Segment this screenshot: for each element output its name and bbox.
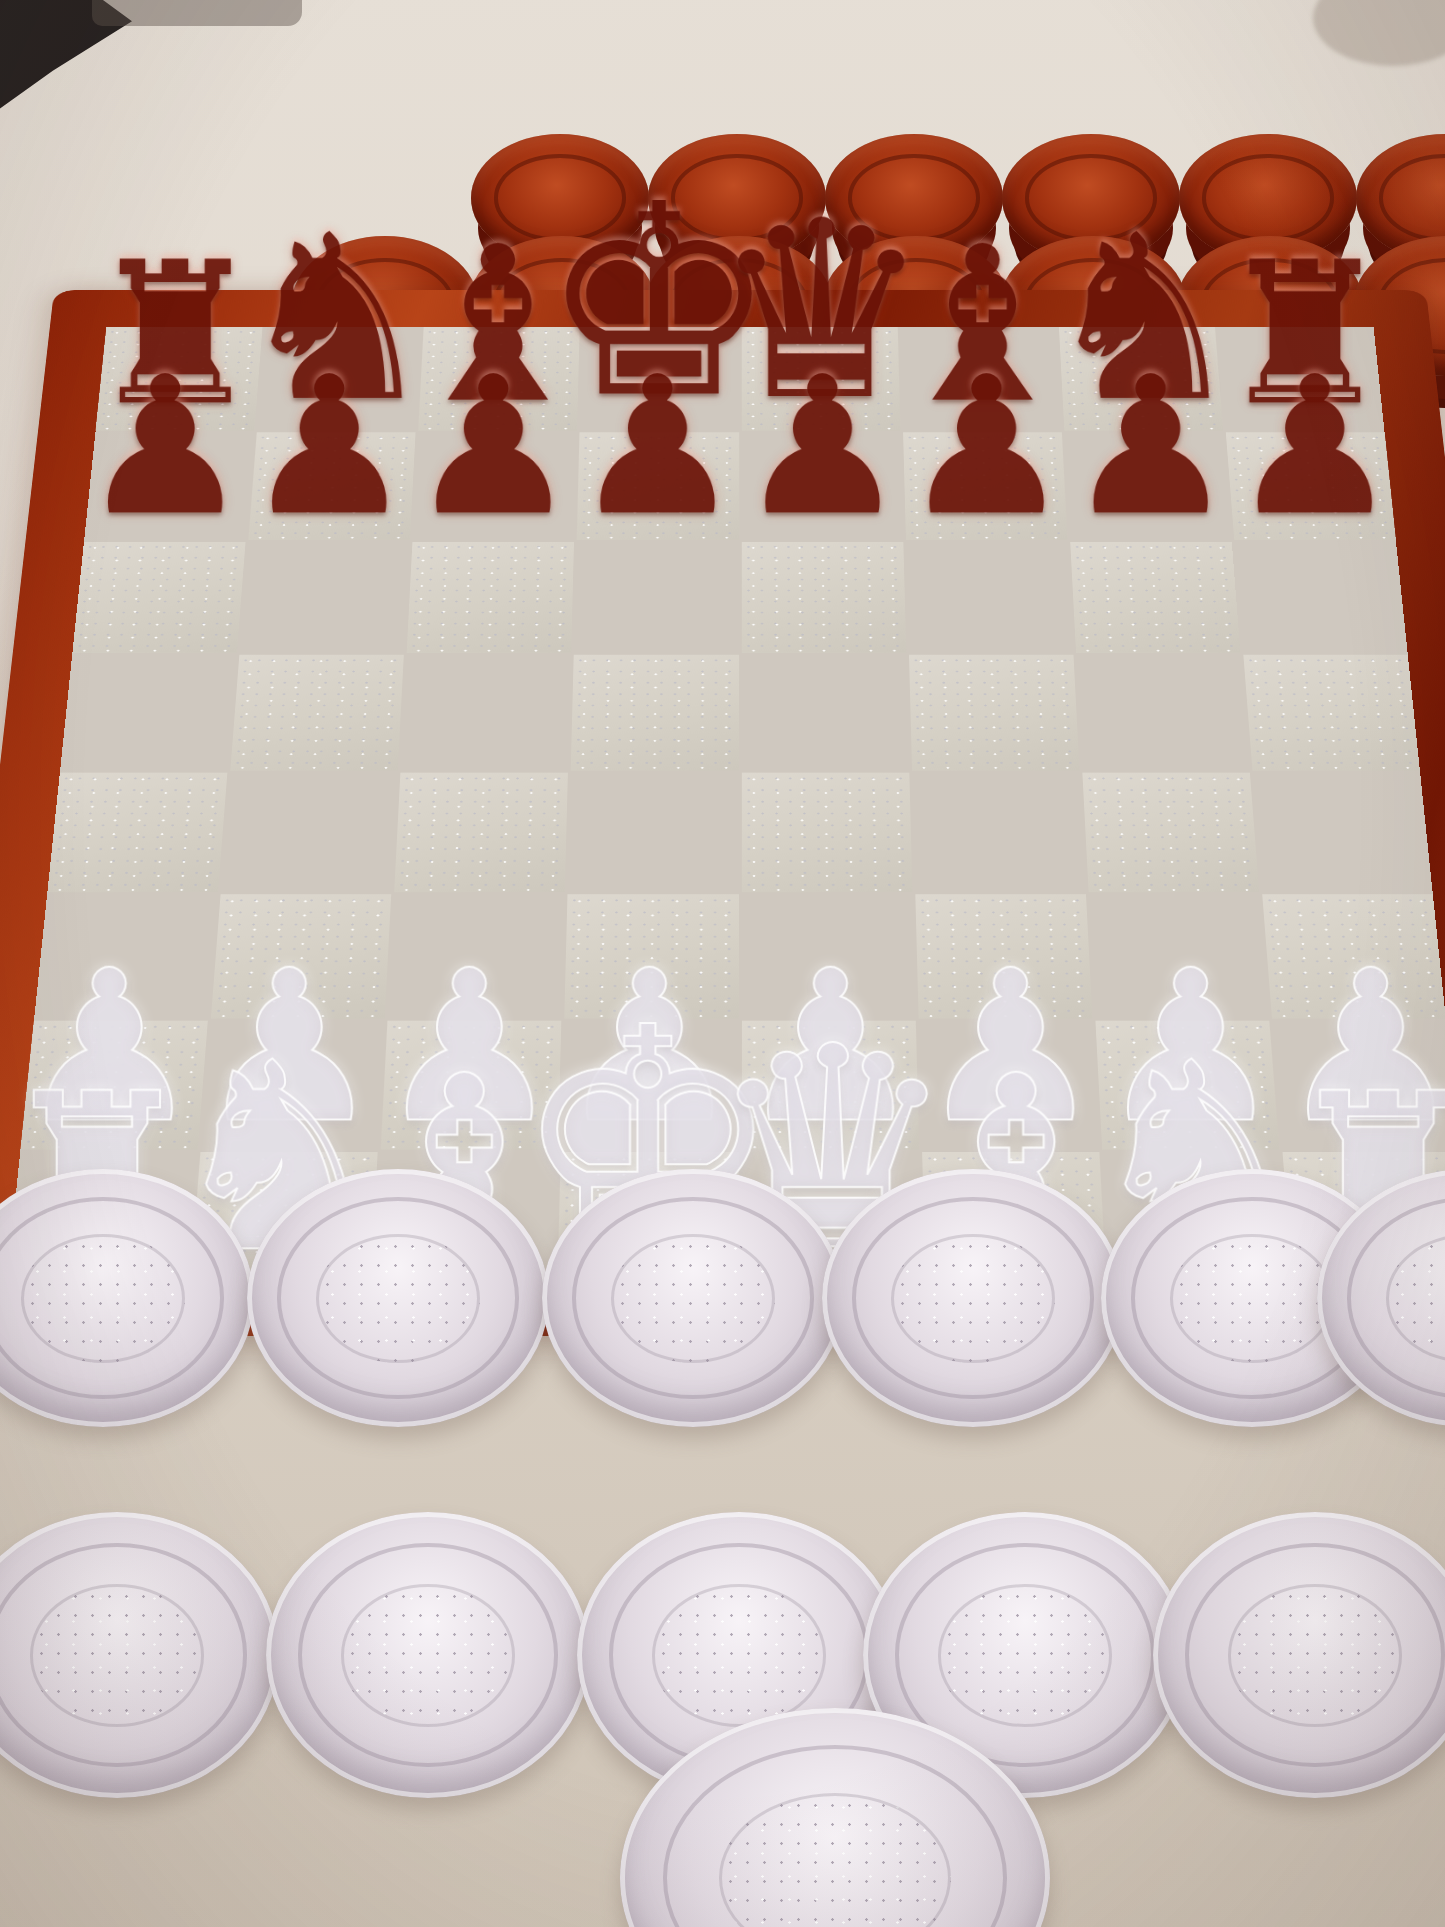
square-f5 [909, 655, 1080, 770]
square-b3 [211, 894, 391, 1018]
square-c3 [388, 894, 565, 1018]
clear-checker-disc [247, 1169, 549, 1427]
square-f3 [915, 894, 1092, 1018]
square-h4 [1252, 772, 1432, 892]
square-d5 [571, 655, 739, 770]
square-e6 [741, 542, 906, 653]
square-f7: ♟ [903, 432, 1067, 539]
square-b2: ♟ [201, 1020, 385, 1149]
piece-red-rook-h8: ♜ [1216, 241, 1393, 428]
square-c4 [394, 772, 568, 892]
square-b7: ♟ [248, 432, 415, 539]
square-b5 [230, 655, 404, 770]
chess-board-grid: ♜♞♝♚♛♝♞♜♟♟♟♟♟♟♟♟♟♟♟♟♟♟♟♟♜♞♝♚♛♝♞♜ [6, 327, 1445, 1286]
piece-red-queen-e8: ♛ [711, 195, 931, 429]
square-a2: ♟ [20, 1020, 207, 1149]
square-h8: ♜ [1217, 327, 1384, 431]
square-d8: ♚ [580, 327, 739, 431]
square-f6 [906, 542, 1073, 653]
square-e8: ♛ [741, 327, 900, 431]
square-b4 [221, 772, 398, 892]
square-e2: ♟ [741, 1020, 918, 1149]
clear-checker-disc [266, 1512, 590, 1798]
square-h6 [1234, 542, 1407, 653]
square-h7: ♟ [1226, 432, 1396, 539]
piece-red-bishop-f8: ♝ [886, 225, 1078, 429]
square-g4 [1082, 772, 1259, 892]
piece-red-bishop-c8: ♝ [402, 225, 594, 429]
square-e5 [741, 655, 909, 770]
photo-canvas: ♜♞♝♚♛♝♞♜♟♟♟♟♟♟♟♟♟♟♟♟♟♟♟♟♜♞♝♚♛♝♞♜ [0, 0, 1445, 1927]
square-c2: ♟ [381, 1020, 562, 1149]
square-g5 [1076, 655, 1250, 770]
square-c5 [401, 655, 572, 770]
piece-red-rook-a8: ♜ [87, 241, 264, 428]
square-a3 [34, 894, 218, 1018]
square-g6 [1070, 542, 1240, 653]
square-d6 [574, 542, 739, 653]
square-c7: ♟ [413, 432, 577, 539]
square-b8: ♞ [257, 327, 421, 431]
square-a8: ♜ [96, 327, 263, 431]
clear-checker-disc [822, 1169, 1124, 1427]
square-e3 [741, 894, 915, 1018]
square-e7: ♟ [741, 432, 903, 539]
square-g7: ♟ [1064, 432, 1231, 539]
square-g2: ♟ [1095, 1020, 1279, 1149]
square-c6 [407, 542, 574, 653]
square-a7: ♟ [84, 432, 254, 539]
piece-red-knight-b8: ♞ [234, 211, 439, 428]
clear-checker-disc [542, 1169, 844, 1427]
square-f4 [912, 772, 1086, 892]
piece-red-knight-g8: ♞ [1041, 211, 1246, 428]
square-a4 [47, 772, 227, 892]
square-a6 [72, 542, 245, 653]
square-e4 [741, 772, 912, 892]
square-c8: ♝ [418, 327, 580, 431]
square-a5 [60, 655, 237, 770]
square-h3 [1262, 894, 1445, 1018]
square-h2: ♟ [1272, 1020, 1445, 1149]
square-f8: ♝ [900, 327, 1062, 431]
square-h5 [1243, 655, 1420, 770]
square-g8: ♞ [1059, 327, 1223, 431]
square-d7: ♟ [577, 432, 739, 539]
square-d3 [565, 894, 739, 1018]
square-g3 [1089, 894, 1269, 1018]
square-d4 [568, 772, 739, 892]
square-b6 [240, 542, 410, 653]
square-d2: ♟ [561, 1020, 738, 1149]
square-f2: ♟ [918, 1020, 1099, 1149]
